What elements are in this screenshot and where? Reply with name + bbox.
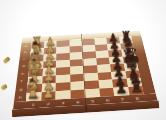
square-h5	[84, 88, 99, 97]
square-f6	[97, 72, 112, 81]
square-h8: ♜	[128, 86, 144, 95]
square-d8: ♛	[122, 56, 137, 64]
product-photo: 12345678 abcdefgh ♜♟♟♜♞♟♟♞♝♟♟♝♛♟♟♛♚♟♟♚♝♟…	[0, 0, 166, 120]
square-h4	[70, 89, 85, 98]
chess-board: 12345678 abcdefgh ♜♟♟♜♞♟♟♞♝♟♟♝♛♟♟♛♚♟♟♚♝♟…	[13, 31, 158, 110]
brass-clasp	[3, 56, 11, 63]
square-h3	[55, 90, 70, 99]
piece-shadow	[129, 88, 146, 96]
square-h2: ♟	[41, 91, 56, 100]
square-h7: ♟	[113, 87, 129, 96]
file-label-h: h	[15, 93, 25, 102]
square-h1: ♜	[26, 92, 41, 101]
square-d2: ♟	[43, 60, 57, 68]
square-h6	[99, 88, 115, 97]
square-f8: ♝	[125, 70, 140, 79]
square-d5	[83, 58, 97, 66]
